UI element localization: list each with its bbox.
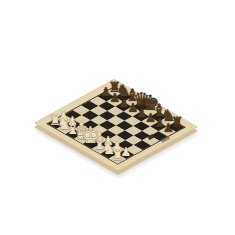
product-photo-stage: ♜♟♞♟♝♟♛♟♚♟♝♟♟♞♜♟♟♜♞♟♟♝♟♛♟♚♟♝♟♞♟♜ <box>0 0 235 235</box>
piece-white-rook-h1[interactable]: ♜ <box>105 148 129 162</box>
piece-black-pawn-h7[interactable]: ♟ <box>156 122 180 134</box>
